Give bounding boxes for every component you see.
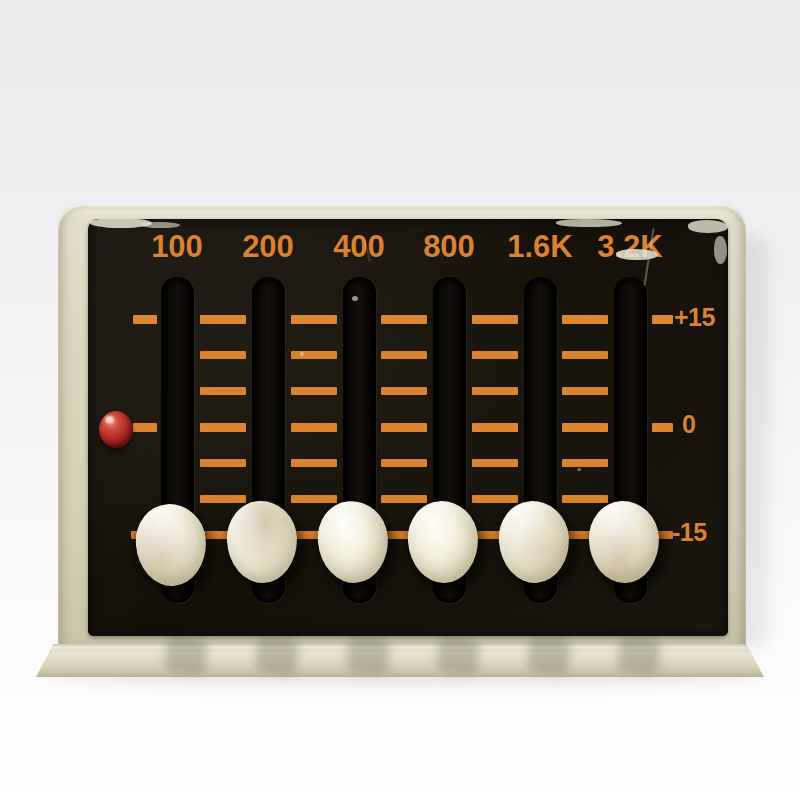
scale-tick [381,351,427,359]
scale-tick [291,351,337,359]
scale-label-minus15: -15 [672,518,707,547]
photo-backdrop: 1002004008001.6K3.2K +15 0 -15 [0,0,800,800]
scale-tick [381,459,427,467]
scale-tick [200,315,246,324]
dust-speck [577,468,581,471]
band-label-800: 800 [401,229,497,265]
scale-tick [200,495,246,503]
scale-tick [381,387,427,395]
scuff-mark [142,222,180,228]
scale-tick [381,423,427,432]
scuff-mark [616,249,658,260]
scale-tick [562,387,608,395]
dust-speck [300,352,304,356]
knob-shadow [435,635,481,676]
dust-speck [447,533,452,537]
scale-tick [291,459,337,467]
scale-tick [381,495,427,503]
indicator-led [99,411,133,448]
scale-tick [562,315,608,324]
scale-tick [133,423,157,432]
scale-tick [472,387,518,395]
band-label-100: 100 [129,229,225,265]
scale-tick [562,351,608,359]
scale-tick [291,423,337,432]
scale-label-plus15: +15 [674,303,715,332]
knob-shadow [345,635,391,676]
scale-tick [472,315,518,324]
scale-tick [652,315,673,324]
scale-tick [562,495,608,503]
scale-tick [291,495,337,503]
scuff-mark [714,236,727,264]
scale-tick [562,459,608,467]
dust-speck [352,296,358,301]
band-label-400: 400 [311,229,407,265]
scale-tick [562,423,608,432]
scale-tick [472,423,518,432]
scale-tick [472,495,518,503]
band-label-1_6K: 1.6K [492,229,588,265]
scale-tick [200,387,246,395]
scale-tick [291,315,337,324]
scale-label-zero: 0 [682,410,695,439]
band-label-200: 200 [220,229,316,265]
scale-tick [200,423,246,432]
led-glint [105,416,114,423]
knob-shadow [163,635,209,676]
knob-shadow [526,635,572,676]
knob-shadow [254,635,300,676]
scale-tick [472,351,518,359]
scale-tick [200,351,246,359]
scale-tick [472,459,518,467]
knob-shadow [616,635,662,676]
scale-tick [133,315,157,324]
scale-tick [200,459,246,467]
scuff-mark [688,220,728,233]
scale-tick [291,387,337,395]
scale-tick [381,315,427,324]
scuff-mark [556,219,622,227]
scale-tick [652,423,673,432]
